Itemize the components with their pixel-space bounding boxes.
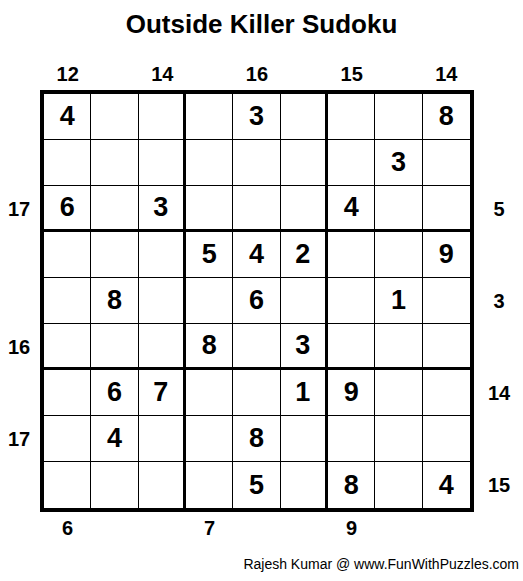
right-clue-row6 — [476, 324, 522, 370]
bottom-clue-col9 — [423, 512, 470, 544]
cell-r3c4[interactable] — [186, 186, 233, 232]
cell-r8c2[interactable]: 4 — [91, 416, 138, 462]
cell-r5c8[interactable]: 1 — [375, 278, 422, 324]
top-clue-col7: 15 — [328, 58, 375, 90]
cell-r6c1[interactable] — [44, 324, 91, 370]
cell-r8c1[interactable] — [44, 416, 91, 462]
left-clues: 171617 — [0, 94, 38, 508]
cell-r7c4[interactable] — [186, 370, 233, 416]
cell-r1c8[interactable] — [375, 94, 422, 140]
cell-r4c8[interactable] — [375, 232, 422, 278]
cell-r8c9[interactable] — [423, 416, 470, 462]
page: Outside Killer Sudoku 1214161514 171617 … — [0, 0, 523, 581]
cell-r1c7[interactable] — [328, 94, 375, 140]
cell-r6c8[interactable] — [375, 324, 422, 370]
right-clue-row5: 3 — [476, 278, 522, 324]
cell-r7c5[interactable] — [233, 370, 280, 416]
cell-r4c6[interactable]: 2 — [281, 232, 328, 278]
cell-r2c8[interactable]: 3 — [375, 140, 422, 186]
left-clue-row5 — [0, 278, 38, 324]
cell-r2c1[interactable] — [44, 140, 91, 186]
cell-r7c2[interactable]: 6 — [91, 370, 138, 416]
cell-r9c1[interactable] — [44, 462, 91, 508]
left-clue-row4 — [0, 232, 38, 278]
cell-r7c9[interactable] — [423, 370, 470, 416]
cell-r5c5[interactable]: 6 — [233, 278, 280, 324]
cell-r8c4[interactable] — [186, 416, 233, 462]
cell-r7c1[interactable] — [44, 370, 91, 416]
cell-r3c5[interactable] — [233, 186, 280, 232]
left-clue-row6: 16 — [0, 324, 38, 370]
left-clue-row2 — [0, 140, 38, 186]
cell-r1c2[interactable] — [91, 94, 138, 140]
left-clue-row9 — [0, 462, 38, 508]
credit-line: Rajesh Kumar @ www.FunWithPuzzles.com — [243, 554, 519, 574]
bottom-clue-col7: 9 — [328, 512, 375, 544]
left-clue-row7 — [0, 370, 38, 416]
cell-r8c3[interactable] — [139, 416, 186, 462]
top-clue-col2 — [91, 58, 138, 90]
cell-r1c3[interactable] — [139, 94, 186, 140]
left-clue-row8: 17 — [0, 416, 38, 462]
cell-r5c2[interactable]: 8 — [91, 278, 138, 324]
top-clue-col8 — [375, 58, 422, 90]
cell-r9c9[interactable]: 4 — [423, 462, 470, 508]
cell-r9c3[interactable] — [139, 462, 186, 508]
cell-r3c2[interactable] — [91, 186, 138, 232]
cell-r3c6[interactable] — [281, 186, 328, 232]
cell-r2c4[interactable] — [186, 140, 233, 186]
cell-r7c3[interactable]: 7 — [139, 370, 186, 416]
cell-r4c1[interactable] — [44, 232, 91, 278]
cell-r9c2[interactable] — [91, 462, 138, 508]
cell-r8c6[interactable] — [281, 416, 328, 462]
top-clue-col1: 12 — [44, 58, 91, 90]
cell-r2c9[interactable] — [423, 140, 470, 186]
cell-r3c1[interactable]: 6 — [44, 186, 91, 232]
bottom-clue-col4: 7 — [186, 512, 233, 544]
cell-r6c9[interactable] — [423, 324, 470, 370]
right-clue-row2 — [476, 140, 522, 186]
right-clue-row1 — [476, 94, 522, 140]
cell-r9c5[interactable]: 5 — [233, 462, 280, 508]
cell-r2c7[interactable] — [328, 140, 375, 186]
cell-r6c6[interactable]: 3 — [281, 324, 328, 370]
left-clue-row1 — [0, 94, 38, 140]
cell-r4c3[interactable] — [139, 232, 186, 278]
top-clue-col5: 16 — [233, 58, 280, 90]
cell-r5c1[interactable] — [44, 278, 91, 324]
right-clue-row3: 5 — [476, 186, 522, 232]
cell-r1c4[interactable] — [186, 94, 233, 140]
cell-r7c6[interactable]: 1 — [281, 370, 328, 416]
cell-r1c5[interactable]: 3 — [233, 94, 280, 140]
cell-r4c4[interactable]: 5 — [186, 232, 233, 278]
cell-r6c2[interactable] — [91, 324, 138, 370]
cell-r5c9[interactable] — [423, 278, 470, 324]
cell-r9c8[interactable] — [375, 462, 422, 508]
top-clue-col4 — [186, 58, 233, 90]
cell-r2c6[interactable] — [281, 140, 328, 186]
right-clues: 531415 — [476, 94, 522, 508]
cell-r5c4[interactable] — [186, 278, 233, 324]
cell-r4c7[interactable] — [328, 232, 375, 278]
sudoku-board: 4383634542986183671948584 — [40, 90, 474, 512]
bottom-clue-col3 — [139, 512, 186, 544]
cell-r9c6[interactable] — [281, 462, 328, 508]
cell-r6c5[interactable] — [233, 324, 280, 370]
cell-r7c7[interactable]: 9 — [328, 370, 375, 416]
top-clue-col6 — [281, 58, 328, 90]
cell-r2c2[interactable] — [91, 140, 138, 186]
cell-r2c5[interactable] — [233, 140, 280, 186]
right-clue-row8 — [476, 416, 522, 462]
bottom-clue-col5 — [233, 512, 280, 544]
bottom-clue-col8 — [375, 512, 422, 544]
cell-r2c3[interactable] — [139, 140, 186, 186]
right-clue-row7: 14 — [476, 370, 522, 416]
right-clue-row9: 15 — [476, 462, 522, 508]
cell-r6c4[interactable]: 8 — [186, 324, 233, 370]
cell-r5c3[interactable] — [139, 278, 186, 324]
top-clue-col3: 14 — [139, 58, 186, 90]
cell-r1c6[interactable] — [281, 94, 328, 140]
cell-r1c9[interactable]: 8 — [423, 94, 470, 140]
cell-r4c2[interactable] — [91, 232, 138, 278]
top-clue-col9: 14 — [423, 58, 470, 90]
bottom-clue-col2 — [91, 512, 138, 544]
cell-r3c8[interactable] — [375, 186, 422, 232]
cell-r6c3[interactable] — [139, 324, 186, 370]
cell-r9c7[interactable]: 8 — [328, 462, 375, 508]
left-clue-row3: 17 — [0, 186, 38, 232]
cell-r8c8[interactable] — [375, 416, 422, 462]
page-title: Outside Killer Sudoku — [0, 8, 523, 40]
cell-r1c1[interactable]: 4 — [44, 94, 91, 140]
cell-r4c5[interactable]: 4 — [233, 232, 280, 278]
cell-r8c5[interactable]: 8 — [233, 416, 280, 462]
top-clues: 1214161514 — [44, 58, 470, 90]
bottom-clues: 679 — [44, 512, 470, 544]
bottom-clue-col6 — [281, 512, 328, 544]
cell-r3c7[interactable]: 4 — [328, 186, 375, 232]
cell-r5c6[interactable] — [281, 278, 328, 324]
bottom-clue-col1: 6 — [44, 512, 91, 544]
cell-r7c8[interactable] — [375, 370, 422, 416]
cell-r8c7[interactable] — [328, 416, 375, 462]
cell-r9c4[interactable] — [186, 462, 233, 508]
cell-r4c9[interactable]: 9 — [423, 232, 470, 278]
cell-r3c3[interactable]: 3 — [139, 186, 186, 232]
cell-r3c9[interactable] — [423, 186, 470, 232]
right-clue-row4 — [476, 232, 522, 278]
cell-r5c7[interactable] — [328, 278, 375, 324]
cell-r6c7[interactable] — [328, 324, 375, 370]
